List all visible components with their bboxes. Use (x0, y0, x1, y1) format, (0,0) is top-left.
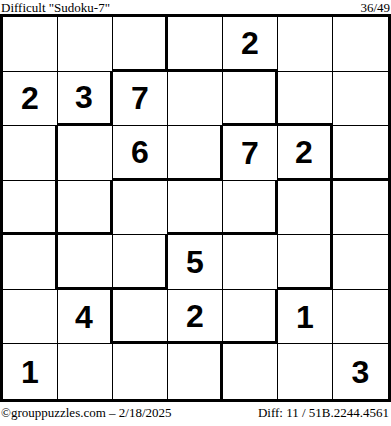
cell-r6c5-empty[interactable] (223, 290, 278, 345)
cell-r1c1-empty[interactable] (3, 17, 58, 72)
cell-r6c7-empty[interactable] (333, 290, 388, 345)
cell-r7c4-empty[interactable] (168, 344, 223, 399)
cell-r2c3-given[interactable]: 7 (113, 72, 168, 127)
cell-r2c5-empty[interactable] (223, 72, 278, 127)
cell-r7c3-empty[interactable] (113, 344, 168, 399)
cell-r4c6-empty[interactable] (278, 181, 333, 236)
footer-copyright: ©grouppuzzles.com – 2/18/2025 (1, 405, 172, 421)
cell-r1c3-empty[interactable] (113, 17, 168, 72)
cell-r1c7-empty[interactable] (333, 17, 388, 72)
sudoku-board: 2237672542113 (0, 14, 391, 402)
cell-r5c3-empty[interactable] (113, 235, 168, 290)
cell-r6c3-empty[interactable] (113, 290, 168, 345)
cell-r3c4-empty[interactable] (168, 126, 223, 181)
cell-r4c5-empty[interactable] (223, 181, 278, 236)
cell-r3c6-given[interactable]: 2 (278, 126, 333, 181)
cell-r7c2-empty[interactable] (58, 344, 113, 399)
cell-r1c5-given[interactable]: 2 (223, 17, 278, 72)
cell-r6c1-empty[interactable] (3, 290, 58, 345)
cell-r5c4-given[interactable]: 5 (168, 235, 223, 290)
cell-r1c4-empty[interactable] (168, 17, 223, 72)
cell-r4c7-empty[interactable] (333, 181, 388, 236)
cell-r5c1-empty[interactable] (3, 235, 58, 290)
cell-r4c4-empty[interactable] (168, 181, 223, 236)
cell-r4c3-empty[interactable] (113, 181, 168, 236)
cell-r2c1-given[interactable]: 2 (3, 72, 58, 127)
cell-r5c7-empty[interactable] (333, 235, 388, 290)
cell-r7c7-given[interactable]: 3 (333, 344, 388, 399)
cell-r3c1-empty[interactable] (3, 126, 58, 181)
cell-r2c4-empty[interactable] (168, 72, 223, 127)
footer-bar: ©grouppuzzles.com – 2/18/2025 Diff: 11 /… (0, 402, 391, 426)
cell-r1c2-empty[interactable] (58, 17, 113, 72)
cell-r6c2-given[interactable]: 4 (58, 290, 113, 345)
cell-r1c6-empty[interactable] (278, 17, 333, 72)
page-title: Difficult "Sudoku-7" (1, 1, 110, 14)
puzzle-counter: 36/49 (360, 1, 390, 14)
cell-r2c7-empty[interactable] (333, 72, 388, 127)
cell-r6c4-given[interactable]: 2 (168, 290, 223, 345)
cell-r4c1-empty[interactable] (3, 181, 58, 236)
cell-r5c6-empty[interactable] (278, 235, 333, 290)
cell-r4c2-empty[interactable] (58, 181, 113, 236)
cell-r2c6-empty[interactable] (278, 72, 333, 127)
cell-r5c2-empty[interactable] (58, 235, 113, 290)
cell-r3c7-empty[interactable] (333, 126, 388, 181)
cell-r7c5-empty[interactable] (223, 344, 278, 399)
cell-r7c1-given[interactable]: 1 (3, 344, 58, 399)
cell-r7c6-empty[interactable] (278, 344, 333, 399)
cell-r6c6-given[interactable]: 1 (278, 290, 333, 345)
cell-r2c2-given[interactable]: 3 (58, 72, 113, 127)
cell-r3c2-empty[interactable] (58, 126, 113, 181)
difficulty-info: Diff: 11 / 51B.2244.4561 (258, 405, 389, 421)
cell-r5c5-empty[interactable] (223, 235, 278, 290)
cell-r3c5-given[interactable]: 7 (223, 126, 278, 181)
header-bar: Difficult "Sudoku-7" 36/49 (0, 0, 391, 14)
cell-r3c3-given[interactable]: 6 (113, 126, 168, 181)
